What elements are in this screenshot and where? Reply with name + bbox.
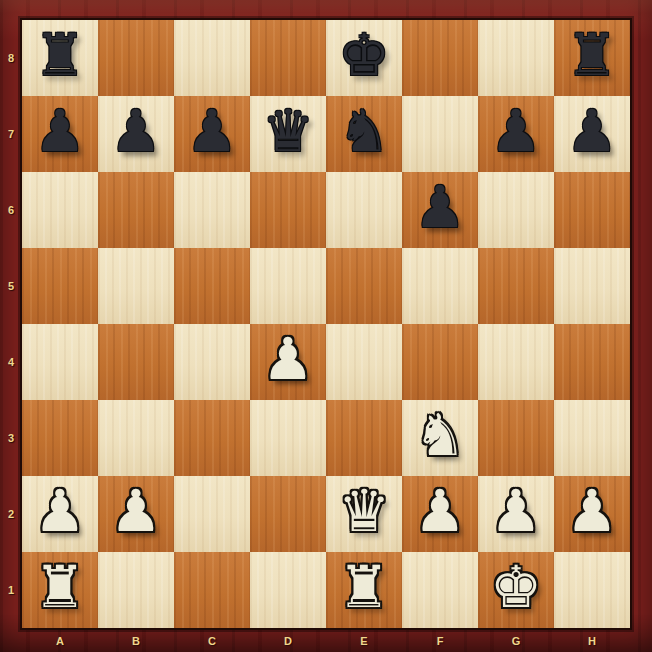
black-pawn-a7[interactable]: ♟: [34, 102, 86, 160]
file-label-f: F: [402, 630, 478, 652]
white-knight-f3[interactable]: ♞: [414, 406, 466, 464]
square-b3[interactable]: [98, 400, 174, 476]
chess-board-frame: ♜♚♜♟♟♟♛♞♟♟♟♟♞♟♟♛♟♟♟♜♜♚ 87654321 ABCDEFGH: [0, 0, 652, 652]
square-f3[interactable]: ♞: [402, 400, 478, 476]
black-rook-h8[interactable]: ♜: [566, 26, 618, 84]
square-b7[interactable]: ♟: [98, 96, 174, 172]
rank-label-8: 8: [0, 20, 22, 96]
square-e8[interactable]: ♚: [326, 20, 402, 96]
square-f1[interactable]: [402, 552, 478, 628]
white-rook-a1[interactable]: ♜: [34, 558, 86, 616]
square-c6[interactable]: [174, 172, 250, 248]
black-queen-d7[interactable]: ♛: [262, 102, 314, 160]
square-f6[interactable]: ♟: [402, 172, 478, 248]
square-d5[interactable]: [250, 248, 326, 324]
white-rook-e1[interactable]: ♜: [338, 558, 390, 616]
square-h3[interactable]: [554, 400, 630, 476]
white-king-g1[interactable]: ♚: [490, 558, 542, 616]
chess-board: ♜♚♜♟♟♟♛♞♟♟♟♟♞♟♟♛♟♟♟♜♜♚: [22, 20, 630, 628]
square-g4[interactable]: [478, 324, 554, 400]
black-rook-a8[interactable]: ♜: [34, 26, 86, 84]
square-d4[interactable]: ♟: [250, 324, 326, 400]
square-h2[interactable]: ♟: [554, 476, 630, 552]
white-pawn-a2[interactable]: ♟: [34, 482, 86, 540]
square-d3[interactable]: [250, 400, 326, 476]
square-e1[interactable]: ♜: [326, 552, 402, 628]
file-label-h: H: [554, 630, 630, 652]
square-e7[interactable]: ♞: [326, 96, 402, 172]
square-f7[interactable]: [402, 96, 478, 172]
square-b5[interactable]: [98, 248, 174, 324]
square-a8[interactable]: ♜: [22, 20, 98, 96]
white-pawn-f2[interactable]: ♟: [414, 482, 466, 540]
square-a2[interactable]: ♟: [22, 476, 98, 552]
square-a7[interactable]: ♟: [22, 96, 98, 172]
square-c2[interactable]: [174, 476, 250, 552]
file-label-b: B: [98, 630, 174, 652]
square-e2[interactable]: ♛: [326, 476, 402, 552]
white-pawn-d4[interactable]: ♟: [262, 330, 314, 388]
square-f5[interactable]: [402, 248, 478, 324]
file-label-g: G: [478, 630, 554, 652]
black-pawn-b7[interactable]: ♟: [110, 102, 162, 160]
square-c7[interactable]: ♟: [174, 96, 250, 172]
square-g7[interactable]: ♟: [478, 96, 554, 172]
file-label-a: A: [22, 630, 98, 652]
square-e4[interactable]: [326, 324, 402, 400]
rank-label-5: 5: [0, 248, 22, 324]
rank-label-2: 2: [0, 476, 22, 552]
square-f4[interactable]: [402, 324, 478, 400]
black-pawn-f6[interactable]: ♟: [414, 178, 466, 236]
square-g5[interactable]: [478, 248, 554, 324]
square-g1[interactable]: ♚: [478, 552, 554, 628]
file-label-e: E: [326, 630, 402, 652]
file-label-c: C: [174, 630, 250, 652]
square-g2[interactable]: ♟: [478, 476, 554, 552]
black-pawn-h7[interactable]: ♟: [566, 102, 618, 160]
square-b8[interactable]: [98, 20, 174, 96]
rank-label-6: 6: [0, 172, 22, 248]
square-c3[interactable]: [174, 400, 250, 476]
square-c1[interactable]: [174, 552, 250, 628]
rank-label-1: 1: [0, 552, 22, 628]
square-f8[interactable]: [402, 20, 478, 96]
square-b1[interactable]: [98, 552, 174, 628]
square-d1[interactable]: [250, 552, 326, 628]
square-b6[interactable]: [98, 172, 174, 248]
square-a3[interactable]: [22, 400, 98, 476]
square-d7[interactable]: ♛: [250, 96, 326, 172]
square-g8[interactable]: [478, 20, 554, 96]
square-a1[interactable]: ♜: [22, 552, 98, 628]
black-pawn-g7[interactable]: ♟: [490, 102, 542, 160]
black-king-e8[interactable]: ♚: [338, 26, 390, 84]
square-a4[interactable]: [22, 324, 98, 400]
white-pawn-g2[interactable]: ♟: [490, 482, 542, 540]
black-pawn-c7[interactable]: ♟: [186, 102, 238, 160]
square-h1[interactable]: [554, 552, 630, 628]
square-a6[interactable]: [22, 172, 98, 248]
square-f2[interactable]: ♟: [402, 476, 478, 552]
file-label-d: D: [250, 630, 326, 652]
square-h4[interactable]: [554, 324, 630, 400]
square-b4[interactable]: [98, 324, 174, 400]
rank-label-3: 3: [0, 400, 22, 476]
square-e6[interactable]: [326, 172, 402, 248]
square-d8[interactable]: [250, 20, 326, 96]
square-c5[interactable]: [174, 248, 250, 324]
square-h7[interactable]: ♟: [554, 96, 630, 172]
white-queen-e2[interactable]: ♛: [338, 482, 390, 540]
square-d2[interactable]: [250, 476, 326, 552]
square-d6[interactable]: [250, 172, 326, 248]
square-g6[interactable]: [478, 172, 554, 248]
square-c8[interactable]: [174, 20, 250, 96]
square-a5[interactable]: [22, 248, 98, 324]
square-h5[interactable]: [554, 248, 630, 324]
square-e5[interactable]: [326, 248, 402, 324]
white-pawn-b2[interactable]: ♟: [110, 482, 162, 540]
square-h6[interactable]: [554, 172, 630, 248]
square-b2[interactable]: ♟: [98, 476, 174, 552]
white-pawn-h2[interactable]: ♟: [566, 482, 618, 540]
rank-label-7: 7: [0, 96, 22, 172]
square-g3[interactable]: [478, 400, 554, 476]
black-knight-e7[interactable]: ♞: [338, 102, 390, 160]
rank-label-4: 4: [0, 324, 22, 400]
square-e3[interactable]: [326, 400, 402, 476]
square-h8[interactable]: ♜: [554, 20, 630, 96]
square-c4[interactable]: [174, 324, 250, 400]
